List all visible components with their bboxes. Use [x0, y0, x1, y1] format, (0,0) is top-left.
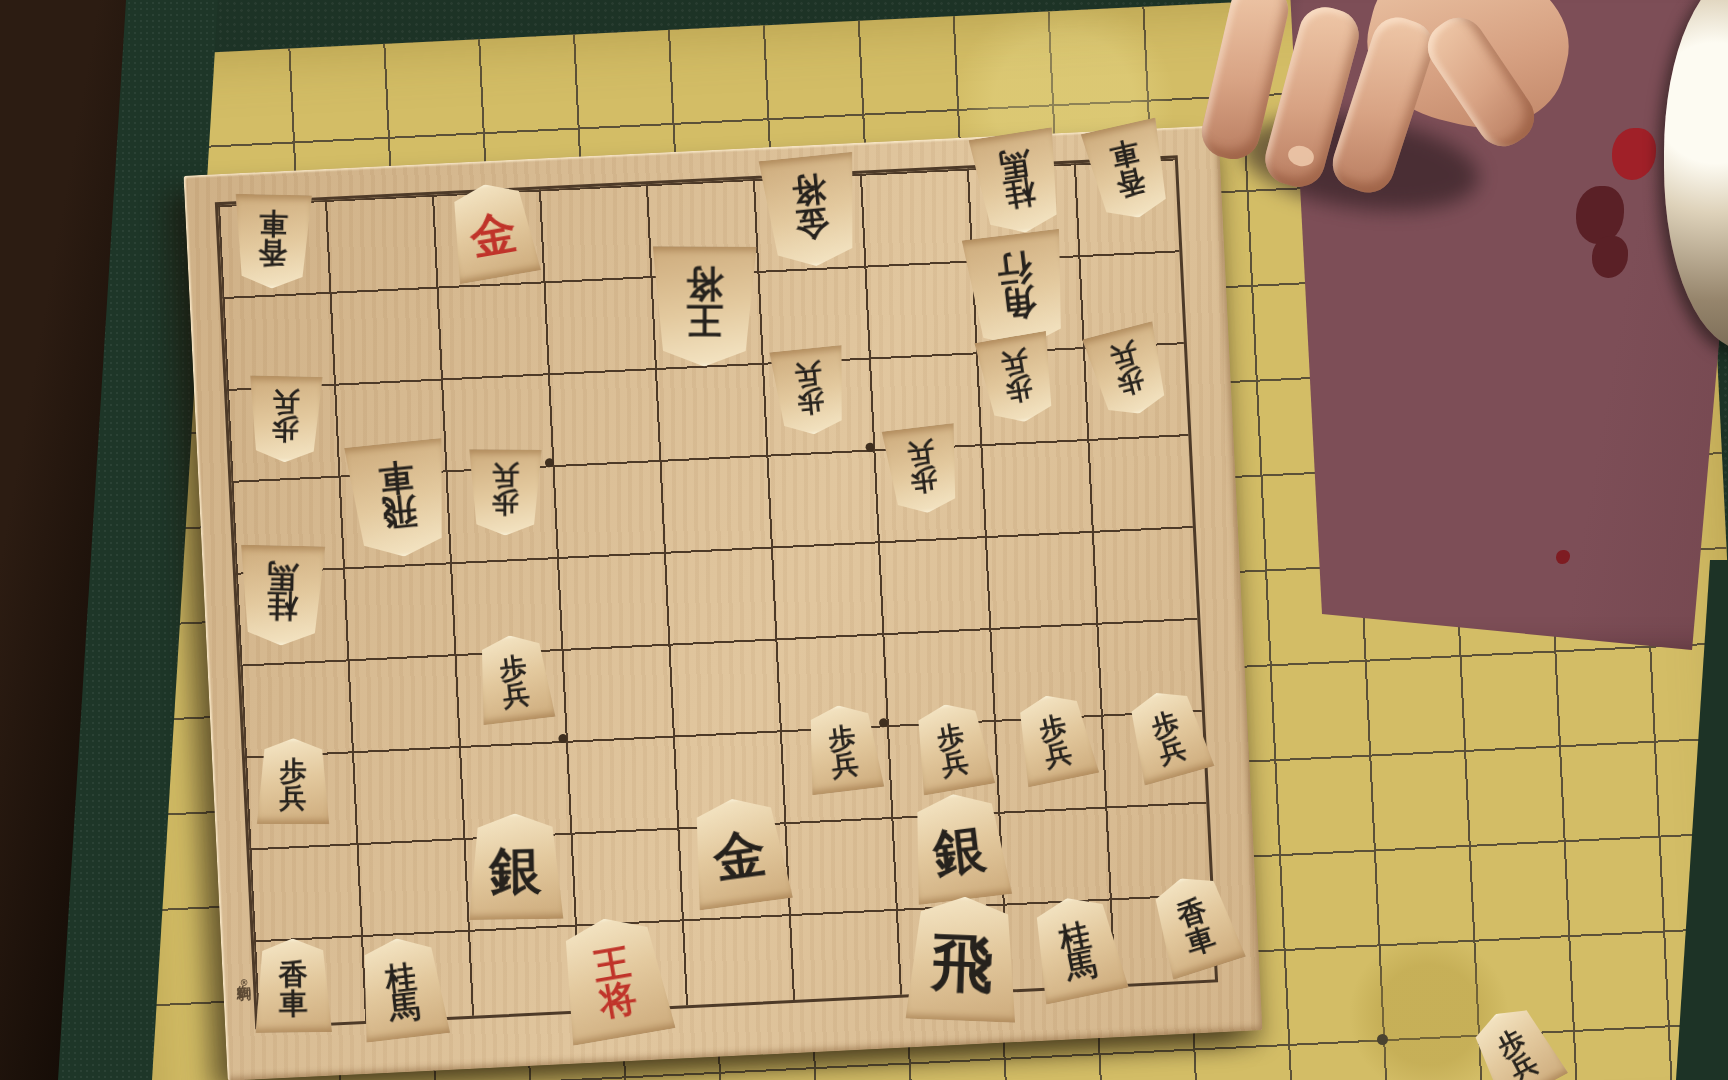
piece-rook-3i[interactable]: 飛: [905, 895, 1022, 1023]
piece-lance-9a[interactable]: 香 車: [232, 194, 312, 290]
shogi-star-point: [545, 458, 554, 467]
shogi-star-point: [558, 733, 567, 742]
piece-king-5b[interactable]: 王 将: [651, 246, 757, 366]
piece-knight-9e[interactable]: 桂 馬: [238, 545, 326, 647]
piece-pawn-9g[interactable]: 歩 兵: [256, 738, 330, 824]
piece-lance-9i[interactable]: 香 車: [253, 938, 332, 1033]
shogi-star-point: [879, 718, 888, 727]
shogi-board: 御駒® 香 車金金 将桂 馬香 車王 将角 行歩 兵歩 兵歩 兵歩 兵飛 車歩 …: [183, 125, 1262, 1080]
piece-pawn-9c[interactable]: 歩 兵: [247, 375, 323, 463]
piece-silver-7h[interactable]: 銀: [467, 813, 564, 920]
shogi-star-point: [865, 442, 874, 451]
scene-photo-shogi: 御駒® 香 車金金 将桂 馬香 車王 将角 行歩 兵歩 兵歩 兵歩 兵飛 車歩 …: [0, 0, 1728, 1080]
go-board-star-point: [1377, 1034, 1388, 1045]
piece-pawn-7d[interactable]: 歩 兵: [468, 449, 542, 535]
maker-stamp: 御駒®: [225, 973, 254, 990]
